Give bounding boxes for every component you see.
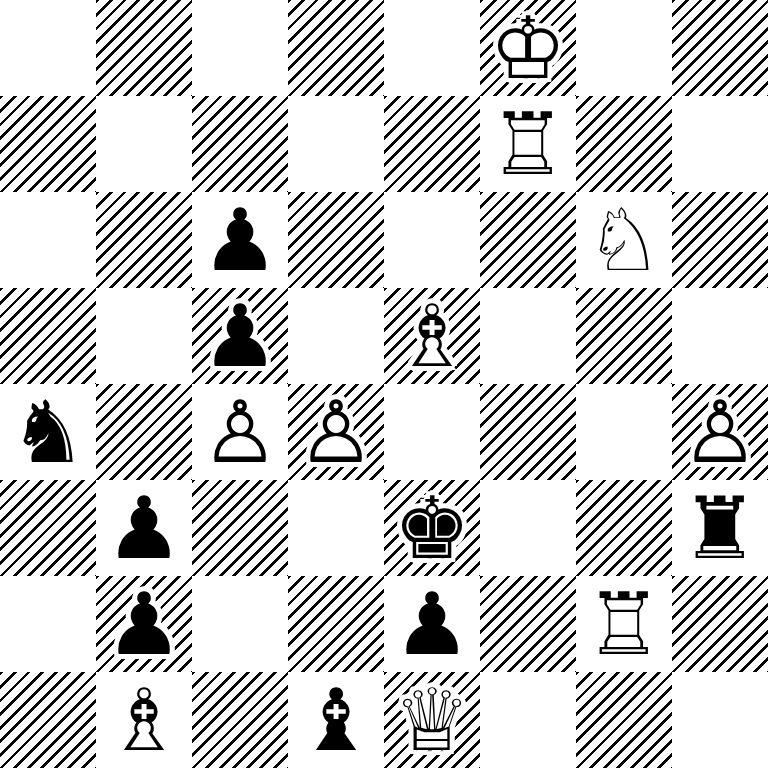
square-c5[interactable]: ♟♟ <box>192 288 288 384</box>
square-g3[interactable] <box>576 480 672 576</box>
square-f8[interactable]: ♚♔ <box>480 0 576 96</box>
white-king-icon: ♔ <box>480 0 576 96</box>
square-g6[interactable]: ♞♘ <box>576 192 672 288</box>
square-c3[interactable] <box>192 480 288 576</box>
square-b8[interactable] <box>96 0 192 96</box>
square-a4[interactable]: ♞♞ <box>0 384 96 480</box>
square-d1[interactable]: ♝♝ <box>288 672 384 768</box>
square-g1[interactable] <box>576 672 672 768</box>
white-queen-icon: ♕ <box>384 672 480 768</box>
square-e2[interactable]: ♟♟ <box>384 576 480 672</box>
black-king-icon: ♚ <box>384 480 480 576</box>
square-c6[interactable]: ♟♟ <box>192 192 288 288</box>
square-f6[interactable] <box>480 192 576 288</box>
square-a7[interactable] <box>0 96 96 192</box>
square-d3[interactable] <box>288 480 384 576</box>
square-f5[interactable] <box>480 288 576 384</box>
square-g2[interactable]: ♜♖ <box>576 576 672 672</box>
square-e3[interactable]: ♚♚ <box>384 480 480 576</box>
square-d6[interactable] <box>288 192 384 288</box>
white-pawn-icon: ♙ <box>288 384 384 480</box>
black-pawn-icon: ♟ <box>96 576 192 672</box>
square-f3[interactable] <box>480 480 576 576</box>
square-a1[interactable] <box>0 672 96 768</box>
square-g5[interactable] <box>576 288 672 384</box>
black-knight-icon: ♞ <box>0 384 96 480</box>
square-b7[interactable] <box>96 96 192 192</box>
square-h4[interactable]: ♟♙ <box>672 384 768 480</box>
square-h1[interactable] <box>672 672 768 768</box>
white-rook-icon: ♖ <box>480 96 576 192</box>
square-h6[interactable] <box>672 192 768 288</box>
square-e7[interactable] <box>384 96 480 192</box>
chess-board: ♚♔♜♖♟♟♞♘♟♟♝♗♞♞♟♙♟♙♟♙♟♟♚♚♜♜♟♟♟♟♜♖♝♗♝♝♛♕ <box>0 0 768 768</box>
square-a5[interactable] <box>0 288 96 384</box>
square-d5[interactable] <box>288 288 384 384</box>
square-b1[interactable]: ♝♗ <box>96 672 192 768</box>
square-a3[interactable] <box>0 480 96 576</box>
square-c7[interactable] <box>192 96 288 192</box>
square-e8[interactable] <box>384 0 480 96</box>
square-e6[interactable] <box>384 192 480 288</box>
black-pawn-icon: ♟ <box>384 576 480 672</box>
square-b3[interactable]: ♟♟ <box>96 480 192 576</box>
square-h3[interactable]: ♜♜ <box>672 480 768 576</box>
black-bishop-icon: ♝ <box>288 672 384 768</box>
square-e4[interactable] <box>384 384 480 480</box>
white-knight-icon: ♘ <box>576 192 672 288</box>
square-c1[interactable] <box>192 672 288 768</box>
black-pawn-icon: ♟ <box>96 480 192 576</box>
black-rook-icon: ♜ <box>672 480 768 576</box>
square-d2[interactable] <box>288 576 384 672</box>
black-pawn-icon: ♟ <box>192 288 288 384</box>
square-e5[interactable]: ♝♗ <box>384 288 480 384</box>
square-d4[interactable]: ♟♙ <box>288 384 384 480</box>
square-g8[interactable] <box>576 0 672 96</box>
square-h7[interactable] <box>672 96 768 192</box>
white-bishop-icon: ♗ <box>96 672 192 768</box>
square-e1[interactable]: ♛♕ <box>384 672 480 768</box>
square-f2[interactable] <box>480 576 576 672</box>
white-pawn-icon: ♙ <box>672 384 768 480</box>
black-pawn-icon: ♟ <box>192 192 288 288</box>
white-rook-icon: ♖ <box>576 576 672 672</box>
square-a2[interactable] <box>0 576 96 672</box>
square-h5[interactable] <box>672 288 768 384</box>
square-b6[interactable] <box>96 192 192 288</box>
square-f4[interactable] <box>480 384 576 480</box>
square-f1[interactable] <box>480 672 576 768</box>
square-b5[interactable] <box>96 288 192 384</box>
square-d8[interactable] <box>288 0 384 96</box>
square-c8[interactable] <box>192 0 288 96</box>
white-bishop-icon: ♗ <box>384 288 480 384</box>
square-h8[interactable] <box>672 0 768 96</box>
square-b4[interactable] <box>96 384 192 480</box>
square-c2[interactable] <box>192 576 288 672</box>
square-b2[interactable]: ♟♟ <box>96 576 192 672</box>
square-g4[interactable] <box>576 384 672 480</box>
square-c4[interactable]: ♟♙ <box>192 384 288 480</box>
square-f7[interactable]: ♜♖ <box>480 96 576 192</box>
square-h2[interactable] <box>672 576 768 672</box>
square-g7[interactable] <box>576 96 672 192</box>
square-a8[interactable] <box>0 0 96 96</box>
square-d7[interactable] <box>288 96 384 192</box>
white-pawn-icon: ♙ <box>192 384 288 480</box>
square-a6[interactable] <box>0 192 96 288</box>
